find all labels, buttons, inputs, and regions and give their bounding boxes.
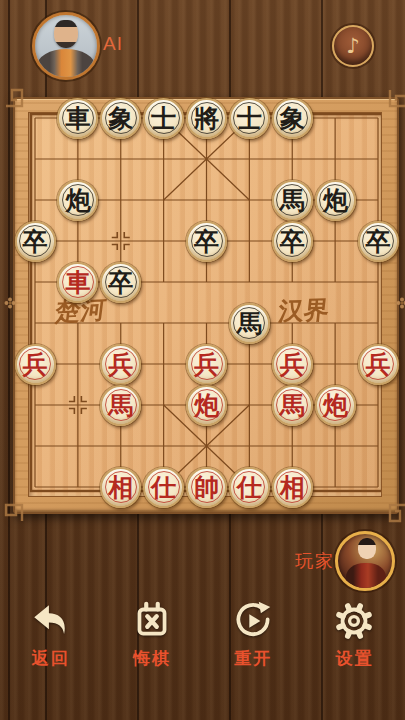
piece-red-兵-f8r6[interactable]: 兵 [358, 344, 399, 385]
bottom-toolbar: 返回 悔棋 重开 [0, 598, 405, 688]
piece-black-象-f2r0[interactable]: 象 [100, 98, 141, 139]
piece-black-炮-f7r2[interactable]: 炮 [315, 180, 356, 221]
opponent-avatar[interactable] [32, 12, 100, 80]
piece-red-兵-f2r6[interactable]: 兵 [100, 344, 141, 385]
piece-black-卒-f0r3[interactable]: 卒 [15, 221, 56, 262]
music-note-icon: ♪ [346, 34, 359, 58]
piece-red-帥-f4r9[interactable]: 帥 [186, 467, 227, 508]
undo-move-button[interactable]: 悔棋 [101, 598, 202, 688]
frame-ornament-icon [3, 87, 25, 109]
opponent-name-label: AI [103, 33, 123, 55]
piece-black-士-f5r0[interactable]: 士 [229, 98, 270, 139]
piece-red-仕-f3r9[interactable]: 仕 [143, 467, 184, 508]
frame-ornament-icon [387, 502, 405, 524]
player-avatar[interactable] [335, 531, 395, 591]
piece-red-兵-f0r6[interactable]: 兵 [15, 344, 56, 385]
settings-gear-icon [331, 598, 377, 644]
back-button-label: 返回 [32, 647, 70, 670]
sound-toggle-button[interactable]: ♪ [332, 25, 374, 67]
piece-black-卒-f8r3[interactable]: 卒 [358, 221, 399, 262]
restart-button[interactable]: 重开 [203, 598, 304, 688]
xiangqi-board[interactable]: 楚河 汉界 車象士將士象炮馬炮卒卒卒卒車卒馬兵兵兵兵兵馬炮馬炮相仕帥仕相 [28, 112, 382, 497]
piece-red-馬-f2r7[interactable]: 馬 [100, 385, 141, 426]
piece-black-士-f3r0[interactable]: 士 [143, 98, 184, 139]
river-text-right: 汉界 [277, 293, 330, 325]
piece-black-車-f1r0[interactable]: 車 [57, 98, 98, 139]
frame-flower-icon [4, 295, 16, 307]
piece-black-將-f4r0[interactable]: 將 [186, 98, 227, 139]
piece-black-馬-f6r2[interactable]: 馬 [272, 180, 313, 221]
piece-red-車-f1r4[interactable]: 車 [57, 262, 98, 303]
piece-red-相-f2r9[interactable]: 相 [100, 467, 141, 508]
piece-red-相-f6r9[interactable]: 相 [272, 467, 313, 508]
piece-black-象-f6r0[interactable]: 象 [272, 98, 313, 139]
piece-black-卒-f4r3[interactable]: 卒 [186, 221, 227, 262]
restart-icon [230, 598, 276, 644]
xiangqi-app: AI ♪ 楚河 汉界 車象士將士象炮馬炮卒卒卒卒車卒馬兵兵兵兵兵馬炮馬炮相仕帥仕… [0, 0, 405, 720]
piece-black-炮-f1r2[interactable]: 炮 [57, 180, 98, 221]
piece-red-炮-f7r7[interactable]: 炮 [315, 385, 356, 426]
xiangqi-board-frame: 楚河 汉界 車象士將士象炮馬炮卒卒卒卒車卒馬兵兵兵兵兵馬炮馬炮相仕帥仕相 [13, 97, 399, 514]
back-button[interactable]: 返回 [0, 598, 101, 688]
piece-red-仕-f5r9[interactable]: 仕 [229, 467, 270, 508]
frame-ornament-icon [3, 502, 25, 524]
frame-ornament-icon [387, 87, 405, 109]
piece-black-馬-f5r5[interactable]: 馬 [229, 303, 270, 344]
frame-flower-icon [396, 295, 405, 307]
piece-red-兵-f6r6[interactable]: 兵 [272, 344, 313, 385]
undo-move-button-label: 悔棋 [133, 647, 171, 670]
undo-move-icon [129, 598, 175, 644]
settings-button[interactable]: 设置 [304, 598, 405, 688]
piece-red-炮-f4r7[interactable]: 炮 [186, 385, 227, 426]
piece-black-卒-f2r4[interactable]: 卒 [100, 262, 141, 303]
piece-red-兵-f4r6[interactable]: 兵 [186, 344, 227, 385]
back-arrow-icon [28, 598, 74, 644]
settings-button-label: 设置 [335, 647, 373, 670]
player-name-label: 玩家 [295, 549, 335, 573]
piece-black-卒-f6r3[interactable]: 卒 [272, 221, 313, 262]
restart-button-label: 重开 [234, 647, 272, 670]
piece-red-馬-f6r7[interactable]: 馬 [272, 385, 313, 426]
